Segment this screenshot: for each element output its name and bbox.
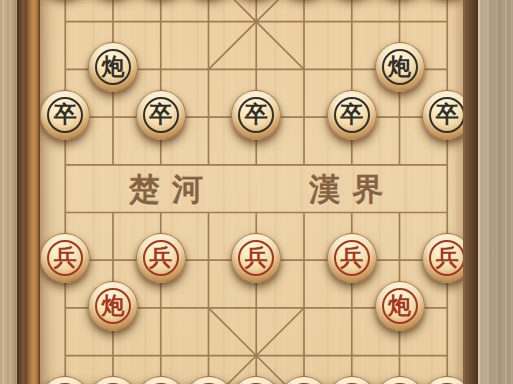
piece-character: 炮 <box>388 294 411 317</box>
piece-character: 炮 <box>102 55 125 78</box>
piece-character: 炮 <box>102 294 125 317</box>
piece-engraving-ring: 炮 <box>382 288 418 324</box>
piece-engraving-ring: 炮 <box>95 49 131 85</box>
piece-engraving-ring: 兵 <box>143 240 179 276</box>
table-wood-left <box>0 0 17 384</box>
xiangqi-game-screenshot: 楚河 漢界 車馬象士將士象馬車炮炮卒卒卒卒卒兵兵兵兵兵炮炮車馬相仕帥仕相馬車 <box>0 0 513 384</box>
river-label-chu-he: 楚河 <box>117 174 215 205</box>
table-wood-right <box>478 0 513 384</box>
board-grid-lines <box>0 0 513 384</box>
piece-black-soldier[interactable]: 卒 <box>327 90 377 140</box>
piece-engraving-ring: 卒 <box>429 97 465 133</box>
piece-red-soldier[interactable]: 兵 <box>136 233 186 283</box>
piece-black-soldier[interactable]: 卒 <box>231 90 281 140</box>
piece-black-soldier[interactable]: 卒 <box>40 90 90 140</box>
piece-engraving-ring: 卒 <box>143 97 179 133</box>
piece-character: 卒 <box>245 103 268 126</box>
piece-engraving-ring: 卒 <box>334 97 370 133</box>
piece-black-soldier[interactable]: 卒 <box>136 90 186 140</box>
piece-character: 兵 <box>149 246 172 269</box>
piece-engraving-ring: 兵 <box>238 240 274 276</box>
piece-character: 兵 <box>245 246 268 269</box>
piece-character: 卒 <box>54 103 77 126</box>
piece-character: 卒 <box>340 103 363 126</box>
piece-character: 卒 <box>436 103 459 126</box>
river-label-han-jie: 漢界 <box>297 174 395 205</box>
piece-red-cannon[interactable]: 炮 <box>375 281 425 331</box>
piece-red-cannon[interactable]: 炮 <box>88 281 138 331</box>
piece-engraving-ring: 炮 <box>95 288 131 324</box>
piece-character: 卒 <box>149 103 172 126</box>
piece-red-soldier[interactable]: 兵 <box>327 233 377 283</box>
piece-engraving-ring: 兵 <box>47 240 83 276</box>
piece-engraving-ring: 兵 <box>429 240 465 276</box>
piece-character: 兵 <box>436 246 459 269</box>
piece-black-cannon[interactable]: 炮 <box>375 42 425 92</box>
piece-character: 炮 <box>388 55 411 78</box>
board-frame-left <box>17 0 40 384</box>
piece-engraving-ring: 卒 <box>47 97 83 133</box>
board-frame-right <box>463 0 478 384</box>
piece-engraving-ring: 兵 <box>334 240 370 276</box>
piece-engraving-ring: 卒 <box>238 97 274 133</box>
piece-character: 兵 <box>54 246 77 269</box>
piece-character: 兵 <box>340 246 363 269</box>
piece-engraving-ring: 炮 <box>382 49 418 85</box>
